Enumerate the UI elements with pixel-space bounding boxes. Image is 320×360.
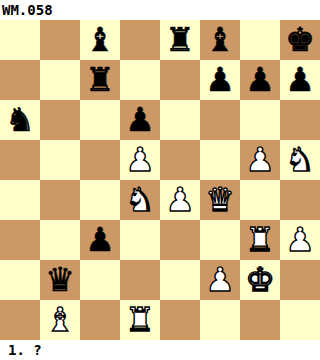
square-f4[interactable]: ♛ xyxy=(200,180,240,220)
square-h4[interactable] xyxy=(280,180,320,220)
piece-white-pawn: ♟ xyxy=(200,260,240,300)
square-a8[interactable] xyxy=(0,20,40,60)
piece-black-bishop: ♝ xyxy=(200,20,240,60)
square-a3[interactable] xyxy=(0,220,40,260)
square-b8[interactable] xyxy=(40,20,80,60)
square-e5[interactable] xyxy=(160,140,200,180)
square-f1[interactable] xyxy=(200,300,240,340)
square-h1[interactable] xyxy=(280,300,320,340)
square-c7[interactable]: ♜ xyxy=(80,60,120,100)
square-h7[interactable]: ♟ xyxy=(280,60,320,100)
square-c4[interactable] xyxy=(80,180,120,220)
square-c5[interactable] xyxy=(80,140,120,180)
square-g2[interactable]: ♚ xyxy=(240,260,280,300)
square-d5[interactable]: ♟ xyxy=(120,140,160,180)
chess-board: ♝♜♝♚♜♟♟♟♞♟♟♟♞♞♟♛♟♜♟♛♟♚♝♜ xyxy=(0,20,320,340)
square-e8[interactable]: ♜ xyxy=(160,20,200,60)
title-bar: WM.058 xyxy=(0,0,320,20)
piece-black-pawn: ♟ xyxy=(240,60,280,100)
piece-white-rook: ♜ xyxy=(240,220,280,260)
square-h6[interactable] xyxy=(280,100,320,140)
square-a7[interactable] xyxy=(0,60,40,100)
piece-white-pawn: ♟ xyxy=(160,180,200,220)
square-e1[interactable] xyxy=(160,300,200,340)
square-b7[interactable] xyxy=(40,60,80,100)
square-e3[interactable] xyxy=(160,220,200,260)
piece-white-pawn: ♟ xyxy=(280,220,320,260)
square-b6[interactable] xyxy=(40,100,80,140)
square-h3[interactable]: ♟ xyxy=(280,220,320,260)
square-b1[interactable]: ♝ xyxy=(40,300,80,340)
piece-black-pawn: ♟ xyxy=(80,220,120,260)
piece-black-pawn: ♟ xyxy=(200,60,240,100)
square-f7[interactable]: ♟ xyxy=(200,60,240,100)
piece-white-pawn: ♟ xyxy=(240,140,280,180)
square-b3[interactable] xyxy=(40,220,80,260)
piece-black-queen: ♛ xyxy=(40,260,80,300)
piece-white-knight: ♞ xyxy=(280,140,320,180)
square-h8[interactable]: ♚ xyxy=(280,20,320,60)
piece-white-rook: ♜ xyxy=(120,300,160,340)
app-title: WM.058 xyxy=(2,2,53,18)
square-f8[interactable]: ♝ xyxy=(200,20,240,60)
square-a1[interactable] xyxy=(0,300,40,340)
square-b5[interactable] xyxy=(40,140,80,180)
square-f5[interactable] xyxy=(200,140,240,180)
square-d3[interactable] xyxy=(120,220,160,260)
square-c8[interactable]: ♝ xyxy=(80,20,120,60)
square-a2[interactable] xyxy=(0,260,40,300)
piece-black-bishop: ♝ xyxy=(80,20,120,60)
square-c3[interactable]: ♟ xyxy=(80,220,120,260)
square-c1[interactable] xyxy=(80,300,120,340)
piece-black-pawn: ♟ xyxy=(120,100,160,140)
piece-white-queen: ♛ xyxy=(200,180,240,220)
square-e4[interactable]: ♟ xyxy=(160,180,200,220)
square-d1[interactable]: ♜ xyxy=(120,300,160,340)
square-c2[interactable] xyxy=(80,260,120,300)
square-e7[interactable] xyxy=(160,60,200,100)
square-e2[interactable] xyxy=(160,260,200,300)
piece-white-pawn: ♟ xyxy=(120,140,160,180)
square-g1[interactable] xyxy=(240,300,280,340)
square-b4[interactable] xyxy=(40,180,80,220)
square-d2[interactable] xyxy=(120,260,160,300)
piece-black-knight: ♞ xyxy=(0,100,40,140)
square-a6[interactable]: ♞ xyxy=(0,100,40,140)
piece-white-bishop: ♝ xyxy=(40,300,80,340)
square-d8[interactable] xyxy=(120,20,160,60)
piece-black-pawn: ♟ xyxy=(280,60,320,100)
piece-black-rook: ♜ xyxy=(80,60,120,100)
square-d4[interactable]: ♞ xyxy=(120,180,160,220)
square-h5[interactable]: ♞ xyxy=(280,140,320,180)
move-prompt: 1. ? xyxy=(8,342,42,358)
square-f2[interactable]: ♟ xyxy=(200,260,240,300)
square-h2[interactable] xyxy=(280,260,320,300)
piece-white-king: ♚ xyxy=(240,260,280,300)
square-c6[interactable] xyxy=(80,100,120,140)
square-g6[interactable] xyxy=(240,100,280,140)
square-g4[interactable] xyxy=(240,180,280,220)
square-a5[interactable] xyxy=(0,140,40,180)
square-g3[interactable]: ♜ xyxy=(240,220,280,260)
status-bar: 1. ? xyxy=(0,340,320,360)
square-d7[interactable] xyxy=(120,60,160,100)
square-g8[interactable] xyxy=(240,20,280,60)
square-g7[interactable]: ♟ xyxy=(240,60,280,100)
square-e6[interactable] xyxy=(160,100,200,140)
piece-white-knight: ♞ xyxy=(120,180,160,220)
square-f6[interactable] xyxy=(200,100,240,140)
square-b2[interactable]: ♛ xyxy=(40,260,80,300)
square-a4[interactable] xyxy=(0,180,40,220)
square-f3[interactable] xyxy=(200,220,240,260)
piece-black-rook: ♜ xyxy=(160,20,200,60)
piece-black-king: ♚ xyxy=(280,20,320,60)
square-g5[interactable]: ♟ xyxy=(240,140,280,180)
square-d6[interactable]: ♟ xyxy=(120,100,160,140)
